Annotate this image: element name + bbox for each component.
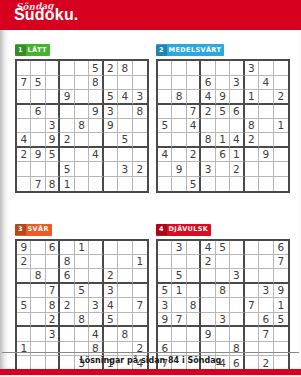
p4-cell-r5c8 <box>259 298 273 312</box>
p1-cell-r4c5 <box>75 105 89 119</box>
p1-cell-r6c9 <box>133 133 147 147</box>
p4-cell-r3c1 <box>158 269 172 283</box>
header-banner: Söndag Sudoku. <box>0 0 301 30</box>
p3-cell-r1c7 <box>104 241 118 255</box>
p4-cell-r7c4: 9 <box>201 327 215 341</box>
p4-cell-r6c1: 9 <box>158 313 172 327</box>
p3-cell-r3c2: 8 <box>31 269 45 283</box>
p3-cell-r1c1: 9 <box>17 241 31 255</box>
p3-cell-r7c2 <box>31 327 45 341</box>
p2-cell-r1c4 <box>201 61 215 75</box>
p1-cell-r7c6: 4 <box>89 148 103 162</box>
difficulty-name: LÄTT <box>28 47 47 54</box>
p2-cell-r5c7: 8 <box>245 119 259 133</box>
p1-cell-r7c7 <box>104 148 118 162</box>
p2-cell-r6c2 <box>172 133 186 147</box>
p1-cell-r1c6: 5 <box>89 61 103 75</box>
p2-cell-r9c8 <box>259 177 273 191</box>
p2-cell-r8c4: 3 <box>201 162 215 176</box>
p2-cell-r6c1 <box>158 133 172 147</box>
p2-cell-r8c7 <box>245 162 259 176</box>
p4-cell-r4c1: 5 <box>158 284 172 298</box>
p2-cell-r4c2 <box>172 105 186 119</box>
p1-cell-r1c4 <box>60 61 74 75</box>
p2-cell-r2c3 <box>187 76 201 90</box>
p1-cell-r1c5 <box>75 61 89 75</box>
p1-cell-r4c4 <box>60 105 74 119</box>
p1-cell-r1c8: 8 <box>118 61 132 75</box>
p1-cell-r8c8: 3 <box>118 162 132 176</box>
p4-cell-r1c5: 5 <box>216 241 230 255</box>
p3-cell-r5c3: 8 <box>46 298 60 312</box>
puzzle-number: 4 <box>156 224 167 235</box>
p1-cell-r3c5 <box>75 90 89 104</box>
p2-cell-r1c1 <box>158 61 172 75</box>
p1-cell-r8c7 <box>104 162 118 176</box>
p2-cell-r2c9 <box>274 76 288 90</box>
p1-cell-r1c1 <box>17 61 31 75</box>
p3-cell-r6c4 <box>60 313 74 327</box>
p2-cell-r9c7 <box>245 177 259 191</box>
p1-cell-r5c3: 3 <box>46 119 60 133</box>
p4-cell-r4c5: 8 <box>216 284 230 298</box>
p4-cell-r6c9: 5 <box>274 313 288 327</box>
p2-cell-r9c3: 5 <box>187 177 201 191</box>
p1-cell-r8c5 <box>75 162 89 176</box>
p2-cell-r1c9 <box>274 61 288 75</box>
p3-cell-r5c1: 5 <box>17 298 31 312</box>
p2-cell-r8c5 <box>216 162 230 176</box>
p2-cell-r8c1 <box>158 162 172 176</box>
puzzle-3: 3 SVÅR 961281862753582347285348182314 <box>15 216 149 372</box>
p1-cell-r4c3 <box>46 105 60 119</box>
p3-cell-r6c5: 8 <box>75 313 89 327</box>
p3-cell-r1c4 <box>60 241 74 255</box>
p2-cell-r9c2 <box>172 177 186 191</box>
p2-cell-r2c4: 6 <box>201 76 215 90</box>
p2-cell-r8c2: 9 <box>172 162 186 176</box>
p4-cell-r4c9: 9 <box>274 284 288 298</box>
p2-cell-r6c4: 8 <box>201 133 215 147</box>
p1-cell-r6c1: 4 <box>17 133 31 147</box>
p1-cell-r3c3 <box>46 90 60 104</box>
p1-cell-r1c3 <box>46 61 60 75</box>
p4-cell-r3c4 <box>201 269 215 283</box>
p1-cell-r8c3 <box>46 162 60 176</box>
p1-cell-r3c7: 5 <box>104 90 118 104</box>
p4-cell-r7c1 <box>158 327 172 341</box>
p2-cell-r7c7 <box>245 148 259 162</box>
p2-cell-r2c6: 3 <box>230 76 244 90</box>
p3-cell-r5c9: 7 <box>133 298 147 312</box>
p2-cell-r5c8 <box>259 119 273 133</box>
p1-cell-r6c8: 5 <box>118 133 132 147</box>
p1-cell-r4c9: 8 <box>133 105 147 119</box>
p2-cell-r2c7 <box>245 76 259 90</box>
p1-cell-r4c7: 3 <box>104 105 118 119</box>
p2-cell-r9c4 <box>201 177 215 191</box>
p2-cell-r3c9: 2 <box>274 90 288 104</box>
p4-cell-r2c5 <box>216 255 230 269</box>
p3-cell-r1c8 <box>118 241 132 255</box>
p4-cell-r1c1 <box>158 241 172 255</box>
p2-cell-r2c8: 4 <box>259 76 273 90</box>
p2-cell-r8c6: 2 <box>230 162 244 176</box>
p1-cell-r4c1 <box>17 105 31 119</box>
p2-cell-r3c1 <box>158 90 172 104</box>
p3-cell-r3c1 <box>17 269 31 283</box>
p1-cell-r2c1: 7 <box>17 76 31 90</box>
p2-cell-r6c7: 2 <box>245 133 259 147</box>
p1-cell-r8c6 <box>89 162 103 176</box>
p1-cell-r2c3 <box>46 76 60 90</box>
p2-cell-r1c2 <box>172 61 186 75</box>
p4-cell-r2c3 <box>187 255 201 269</box>
p2-cell-r6c6: 4 <box>230 133 244 147</box>
p1-cell-r6c3: 9 <box>46 133 60 147</box>
p3-cell-r6c7: 5 <box>104 313 118 327</box>
p3-cell-r1c2 <box>31 241 45 255</box>
p2-cell-r9c9 <box>274 177 288 191</box>
p4-cell-r3c6: 3 <box>230 269 244 283</box>
p1-cell-r5c4 <box>60 119 74 133</box>
p4-cell-r5c7: 7 <box>245 298 259 312</box>
p4-cell-r3c5 <box>216 269 230 283</box>
p1-cell-r4c2: 6 <box>31 105 45 119</box>
p2-cell-r4c6: 6 <box>230 105 244 119</box>
p4-cell-r3c3 <box>187 269 201 283</box>
p1-cell-r9c4: 1 <box>60 177 74 191</box>
p2-cell-r3c2: 8 <box>172 90 186 104</box>
p3-cell-r5c8 <box>118 298 132 312</box>
p2-cell-r6c5: 1 <box>216 133 230 147</box>
p1-cell-r5c5: 8 <box>75 119 89 133</box>
p1-cell-r8c2 <box>31 162 45 176</box>
puzzle-4: 4 DJÄVULSK 34562753518393871973659768746… <box>156 216 290 372</box>
p4-cell-r6c4 <box>201 313 215 327</box>
p2-cell-r4c7 <box>245 105 259 119</box>
p1-cell-r2c9 <box>133 76 147 90</box>
p4-cell-r4c8: 3 <box>259 284 273 298</box>
p4-cell-r2c8 <box>259 255 273 269</box>
p3-cell-r4c4 <box>60 284 74 298</box>
p2-cell-r4c3: 7 <box>187 105 201 119</box>
p3-cell-r4c2 <box>31 284 45 298</box>
p1-cell-r9c1 <box>17 177 31 191</box>
p3-cell-r2c6 <box>89 255 103 269</box>
p4-cell-r6c3 <box>187 313 201 327</box>
p1-cell-r7c4 <box>60 148 74 162</box>
puzzle-number: 2 <box>156 45 167 56</box>
p1-cell-r5c2 <box>31 119 45 133</box>
p1-cell-r3c6 <box>89 90 103 104</box>
p1-cell-r5c6 <box>89 119 103 133</box>
p2-cell-r4c5: 5 <box>216 105 230 119</box>
sudoku-board-2: 363484912725654818142426199325 <box>156 59 290 193</box>
p1-cell-r1c2 <box>31 61 45 75</box>
p4-cell-r7c8: 7 <box>259 327 273 341</box>
p4-cell-r7c3 <box>187 327 201 341</box>
p2-cell-r1c6 <box>230 61 244 75</box>
p3-cell-r7c9 <box>133 327 147 341</box>
p3-cell-r3c9 <box>133 269 147 283</box>
p3-cell-r2c9: 1 <box>133 255 147 269</box>
p1-cell-r3c4: 9 <box>60 90 74 104</box>
p2-cell-r8c3 <box>187 162 201 176</box>
p4-cell-r1c9: 6 <box>274 241 288 255</box>
difficulty-name: SVÅR <box>28 226 49 233</box>
p3-cell-r1c6 <box>89 241 103 255</box>
p2-cell-r2c1 <box>158 76 172 90</box>
p1-cell-r7c9 <box>133 148 147 162</box>
p3-cell-r6c3: 2 <box>46 313 60 327</box>
p1-cell-r4c8 <box>118 105 132 119</box>
p3-cell-r6c6 <box>89 313 103 327</box>
p3-cell-r5c7: 4 <box>104 298 118 312</box>
difficulty-label-2: 2 MEDELSVÅRT <box>156 44 224 56</box>
p2-cell-r2c5 <box>216 76 230 90</box>
p2-cell-r5c1: 5 <box>158 119 172 133</box>
p1-cell-r5c7: 9 <box>104 119 118 133</box>
p3-cell-r2c2 <box>31 255 45 269</box>
magazine-title: Söndag Sudoku. <box>14 2 79 23</box>
p1-cell-r2c6: 8 <box>89 76 103 90</box>
p3-cell-r3c7: 2 <box>104 269 118 283</box>
p3-cell-r6c9 <box>133 313 147 327</box>
p2-cell-r7c3: 2 <box>187 148 201 162</box>
p3-cell-r7c3: 3 <box>46 327 60 341</box>
p4-cell-r2c9: 7 <box>274 255 288 269</box>
p2-cell-r4c8 <box>259 105 273 119</box>
p2-cell-r3c7: 1 <box>245 90 259 104</box>
p4-cell-r7c2 <box>172 327 186 341</box>
p4-cell-r7c7 <box>245 327 259 341</box>
p1-cell-r9c2: 7 <box>31 177 45 191</box>
p1-cell-r3c1 <box>17 90 31 104</box>
p3-cell-r3c6 <box>89 269 103 283</box>
p1-cell-r8c1 <box>17 162 31 176</box>
p2-cell-r8c9 <box>274 162 288 176</box>
p2-cell-r7c4 <box>201 148 215 162</box>
p3-cell-r6c8 <box>118 313 132 327</box>
p3-cell-r4c5: 5 <box>75 284 89 298</box>
p2-cell-r6c9 <box>274 133 288 147</box>
p1-cell-r5c1 <box>17 119 31 133</box>
p2-cell-r1c8 <box>259 61 273 75</box>
p1-cell-r1c7: 2 <box>104 61 118 75</box>
p2-cell-r4c9 <box>274 105 288 119</box>
p4-cell-r5c5 <box>216 298 230 312</box>
p1-cell-r3c2 <box>31 90 45 104</box>
p2-cell-r8c8 <box>259 162 273 176</box>
p4-cell-r3c9 <box>274 269 288 283</box>
p2-cell-r2c2 <box>172 76 186 90</box>
p2-cell-r3c5: 9 <box>216 90 230 104</box>
sudoku-page: Söndag Sudoku. 1 LÄTT 528758954369383894… <box>0 0 301 377</box>
p4-cell-r4c4 <box>201 284 215 298</box>
p1-cell-r6c5 <box>75 133 89 147</box>
p1-cell-r2c2: 5 <box>31 76 45 90</box>
p4-cell-r4c7 <box>245 284 259 298</box>
p4-cell-r1c3 <box>187 241 201 255</box>
p1-cell-r8c9: 2 <box>133 162 147 176</box>
p1-cell-r3c9: 3 <box>133 90 147 104</box>
p4-cell-r2c2 <box>172 255 186 269</box>
p3-cell-r2c8 <box>118 255 132 269</box>
p2-cell-r3c8 <box>259 90 273 104</box>
p1-cell-r5c8 <box>118 119 132 133</box>
p1-cell-r3c8: 4 <box>118 90 132 104</box>
p4-cell-r1c8 <box>259 241 273 255</box>
p1-cell-r9c7 <box>104 177 118 191</box>
p2-cell-r7c5: 6 <box>216 148 230 162</box>
p4-cell-r1c7 <box>245 241 259 255</box>
p3-cell-r7c6: 4 <box>89 327 103 341</box>
puzzle-number: 1 <box>15 45 26 56</box>
page-footer: Lösningar på sidan 84 i Söndag <box>0 352 301 377</box>
p4-cell-r6c8: 6 <box>259 313 273 327</box>
p3-cell-r7c8: 8 <box>118 327 132 341</box>
puzzle-1: 1 LÄTT 5287589543693838949252954532781 <box>15 37 149 193</box>
p3-cell-r2c1: 2 <box>17 255 31 269</box>
p3-cell-r5c2 <box>31 298 45 312</box>
p1-cell-r7c5 <box>75 148 89 162</box>
p3-cell-r5c5 <box>75 298 89 312</box>
p2-cell-r7c8: 9 <box>259 148 273 162</box>
p2-cell-r6c3 <box>187 133 201 147</box>
p1-cell-r2c7 <box>104 76 118 90</box>
p4-cell-r4c2: 1 <box>172 284 186 298</box>
p3-cell-r5c6: 3 <box>89 298 103 312</box>
difficulty-label-3: 3 SVÅR <box>15 224 52 236</box>
p3-cell-r6c2 <box>31 313 45 327</box>
p2-cell-r9c5 <box>216 177 230 191</box>
p3-cell-r4c9 <box>133 284 147 298</box>
p2-cell-r1c7: 3 <box>245 61 259 75</box>
p4-cell-r6c6 <box>230 313 244 327</box>
p1-cell-r7c2: 9 <box>31 148 45 162</box>
p4-cell-r5c2 <box>172 298 186 312</box>
p4-cell-r5c4 <box>201 298 215 312</box>
p1-cell-r6c6 <box>89 133 103 147</box>
p1-cell-r6c7 <box>104 133 118 147</box>
puzzle-number: 3 <box>15 224 26 235</box>
p3-cell-r7c1 <box>17 327 31 341</box>
p2-cell-r9c6 <box>230 177 244 191</box>
p1-cell-r7c3: 5 <box>46 148 60 162</box>
sudoku-board-1: 5287589543693838949252954532781 <box>15 59 149 193</box>
p4-cell-r6c2: 7 <box>172 313 186 327</box>
p4-cell-r5c3: 8 <box>187 298 201 312</box>
p1-cell-r1c9 <box>133 61 147 75</box>
p4-cell-r4c6 <box>230 284 244 298</box>
solutions-note: Lösningar på sidan 84 i Söndag <box>0 353 301 369</box>
p1-cell-r9c3: 8 <box>46 177 60 191</box>
p3-cell-r1c3: 6 <box>46 241 60 255</box>
p3-cell-r3c8 <box>118 269 132 283</box>
p4-cell-r5c9: 1 <box>274 298 288 312</box>
p2-cell-r1c5 <box>216 61 230 75</box>
p3-cell-r7c7 <box>104 327 118 341</box>
p2-cell-r4c1 <box>158 105 172 119</box>
p2-cell-r4c4: 2 <box>201 105 215 119</box>
p4-cell-r2c6 <box>230 255 244 269</box>
p2-cell-r9c1 <box>158 177 172 191</box>
difficulty-label-4: 4 DJÄVULSK <box>156 224 211 236</box>
p2-cell-r5c9: 1 <box>274 119 288 133</box>
p3-cell-r7c4 <box>60 327 74 341</box>
p2-cell-r6c8 <box>259 133 273 147</box>
puzzle-2: 2 MEDELSVÅRT 363484912725654818142426199… <box>156 37 290 193</box>
p2-cell-r7c6: 1 <box>230 148 244 162</box>
p1-cell-r7c1: 2 <box>17 148 31 162</box>
p3-cell-r5c4: 2 <box>60 298 74 312</box>
p3-cell-r3c3 <box>46 269 60 283</box>
p2-cell-r3c6 <box>230 90 244 104</box>
p2-cell-r7c1: 4 <box>158 148 172 162</box>
p4-cell-r7c6 <box>230 327 244 341</box>
p1-cell-r2c5 <box>75 76 89 90</box>
p1-cell-r6c2 <box>31 133 45 147</box>
content-area: 1 LÄTT 5287589543693838949252954532781 2… <box>0 30 301 373</box>
p4-cell-r3c7 <box>245 269 259 283</box>
p1-cell-r9c6 <box>89 177 103 191</box>
p1-cell-r5c9 <box>133 119 147 133</box>
p3-cell-r3c4: 6 <box>60 269 74 283</box>
p4-cell-r7c9 <box>274 327 288 341</box>
p3-cell-r2c5 <box>75 255 89 269</box>
p2-cell-r5c2 <box>172 119 186 133</box>
p2-cell-r7c2 <box>172 148 186 162</box>
difficulty-name: MEDELSVÅRT <box>169 47 222 54</box>
p4-cell-r6c5: 3 <box>216 313 230 327</box>
p2-cell-r5c4 <box>201 119 215 133</box>
p1-cell-r9c9 <box>133 177 147 191</box>
p2-cell-r5c5 <box>216 119 230 133</box>
p3-cell-r6c1 <box>17 313 31 327</box>
p3-cell-r4c7: 3 <box>104 284 118 298</box>
p4-cell-r1c2: 3 <box>172 241 186 255</box>
p4-cell-r1c4: 4 <box>201 241 215 255</box>
p3-cell-r7c5 <box>75 327 89 341</box>
p4-cell-r3c8 <box>259 269 273 283</box>
p4-cell-r5c1: 3 <box>158 298 172 312</box>
p1-cell-r2c8 <box>118 76 132 90</box>
p4-cell-r4c3 <box>187 284 201 298</box>
p4-cell-r1c6 <box>230 241 244 255</box>
p3-cell-r1c5: 1 <box>75 241 89 255</box>
p2-cell-r7c9 <box>274 148 288 162</box>
p2-cell-r3c4: 4 <box>201 90 215 104</box>
p4-cell-r5c6 <box>230 298 244 312</box>
p3-cell-r1c9 <box>133 241 147 255</box>
p3-cell-r2c4: 8 <box>60 255 74 269</box>
p2-cell-r3c3 <box>187 90 201 104</box>
p3-cell-r4c6 <box>89 284 103 298</box>
puzzles-grid: 1 LÄTT 5287589543693838949252954532781 2… <box>15 37 291 373</box>
p4-cell-r2c7 <box>245 255 259 269</box>
difficulty-name: DJÄVULSK <box>169 226 209 233</box>
p2-cell-r1c3 <box>187 61 201 75</box>
p1-cell-r2c4 <box>60 76 74 90</box>
p2-cell-r5c6 <box>230 119 244 133</box>
p4-cell-r6c7 <box>245 313 259 327</box>
p2-cell-r5c3: 4 <box>187 119 201 133</box>
p3-cell-r4c8 <box>118 284 132 298</box>
p3-cell-r2c3 <box>46 255 60 269</box>
p3-cell-r4c3: 7 <box>46 284 60 298</box>
p1-cell-r6c4: 2 <box>60 133 74 147</box>
